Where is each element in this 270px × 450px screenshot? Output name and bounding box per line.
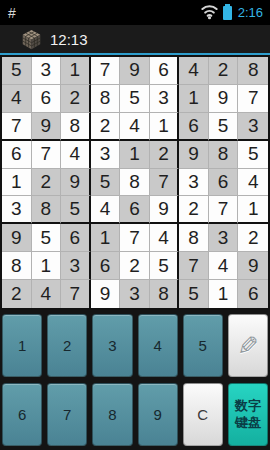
sudoku-cell-r1c2[interactable]: 3 bbox=[32, 57, 62, 85]
sudoku-cell-r5c8[interactable]: 6 bbox=[209, 169, 239, 197]
key-6[interactable]: 6 bbox=[2, 383, 42, 446]
pencil-button[interactable]: ✎ bbox=[228, 314, 268, 377]
sudoku-cell-r9c9[interactable]: 6 bbox=[238, 280, 268, 308]
sudoku-cell-r4c9[interactable]: 5 bbox=[238, 141, 268, 169]
sudoku-cell-r2c3[interactable]: 2 bbox=[61, 85, 91, 113]
key-2[interactable]: 2 bbox=[47, 314, 87, 377]
sudoku-cell-r2c5[interactable]: 5 bbox=[120, 85, 150, 113]
battery-icon bbox=[223, 6, 232, 20]
key-3[interactable]: 3 bbox=[92, 314, 132, 377]
sudoku-cell-r6c7[interactable]: 2 bbox=[179, 196, 209, 224]
pencil-icon: ✎ bbox=[237, 331, 259, 361]
sudoku-cell-r8c7[interactable]: 7 bbox=[179, 252, 209, 280]
sudoku-cell-r1c1[interactable]: 5 bbox=[2, 57, 32, 85]
sudoku-cell-r3c8[interactable]: 5 bbox=[209, 113, 239, 141]
key-1[interactable]: 1 bbox=[2, 314, 42, 377]
sudoku-cell-r8c6[interactable]: 5 bbox=[150, 252, 180, 280]
action-bar: 12:13 bbox=[0, 25, 270, 55]
sudoku-cell-r6c8[interactable]: 7 bbox=[209, 196, 239, 224]
sudoku-cell-r2c6[interactable]: 3 bbox=[150, 85, 180, 113]
sudoku-cell-r3c4[interactable]: 2 bbox=[91, 113, 121, 141]
sudoku-cell-r4c4[interactable]: 3 bbox=[91, 141, 121, 169]
sudoku-cell-r5c7[interactable]: 3 bbox=[179, 169, 209, 197]
sudoku-cell-r3c7[interactable]: 6 bbox=[179, 113, 209, 141]
keyboard-mode-label-line2: 键盘 bbox=[235, 415, 261, 430]
sudoku-cell-r4c7[interactable]: 9 bbox=[179, 141, 209, 169]
sudoku-cell-r5c1[interactable]: 1 bbox=[2, 169, 32, 197]
sudoku-cell-r2c4[interactable]: 8 bbox=[91, 85, 121, 113]
sudoku-cell-r5c2[interactable]: 2 bbox=[32, 169, 62, 197]
sudoku-cell-r7c1[interactable]: 9 bbox=[2, 224, 32, 252]
sudoku-cell-r4c3[interactable]: 4 bbox=[61, 141, 91, 169]
sudoku-cell-r1c6[interactable]: 6 bbox=[150, 57, 180, 85]
sudoku-cell-r3c5[interactable]: 4 bbox=[120, 113, 150, 141]
sudoku-cell-r6c1[interactable]: 3 bbox=[2, 196, 32, 224]
sudoku-cell-r8c4[interactable]: 6 bbox=[91, 252, 121, 280]
sudoku-cell-r6c2[interactable]: 8 bbox=[32, 196, 62, 224]
keyboard-mode-label-line1: 数字 bbox=[235, 398, 261, 413]
sudoku-cell-r6c6[interactable]: 9 bbox=[150, 196, 180, 224]
sudoku-cell-r5c6[interactable]: 7 bbox=[150, 169, 180, 197]
sudoku-cell-r1c8[interactable]: 2 bbox=[209, 57, 239, 85]
sudoku-cell-r5c9[interactable]: 4 bbox=[238, 169, 268, 197]
game-timer: 12:13 bbox=[50, 31, 88, 48]
sudoku-cell-r7c3[interactable]: 6 bbox=[61, 224, 91, 252]
sudoku-cell-r7c8[interactable]: 3 bbox=[209, 224, 239, 252]
sudoku-cell-r9c4[interactable]: 9 bbox=[91, 280, 121, 308]
sudoku-cell-r1c3[interactable]: 1 bbox=[61, 57, 91, 85]
key-7[interactable]: 7 bbox=[47, 383, 87, 446]
sudoku-cell-r8c2[interactable]: 1 bbox=[32, 252, 62, 280]
sudoku-cell-r8c8[interactable]: 4 bbox=[209, 252, 239, 280]
sudoku-cell-r2c7[interactable]: 1 bbox=[179, 85, 209, 113]
key-4[interactable]: 4 bbox=[138, 314, 178, 377]
sudoku-cell-r7c9[interactable]: 2 bbox=[238, 224, 268, 252]
rubiks-cube-icon bbox=[21, 29, 42, 50]
sudoku-cell-r1c5[interactable]: 9 bbox=[120, 57, 150, 85]
sudoku-cell-r2c9[interactable]: 7 bbox=[238, 85, 268, 113]
sudoku-cell-r1c7[interactable]: 4 bbox=[179, 57, 209, 85]
sudoku-cell-r9c5[interactable]: 3 bbox=[120, 280, 150, 308]
sudoku-cell-r4c6[interactable]: 2 bbox=[150, 141, 180, 169]
sudoku-cell-r7c6[interactable]: 4 bbox=[150, 224, 180, 252]
key-8[interactable]: 8 bbox=[92, 383, 132, 446]
sudoku-cell-r6c5[interactable]: 6 bbox=[120, 196, 150, 224]
sudoku-cell-r3c9[interactable]: 3 bbox=[238, 113, 268, 141]
key-9[interactable]: 9 bbox=[138, 383, 178, 446]
sudoku-cell-r4c2[interactable]: 7 bbox=[32, 141, 62, 169]
sudoku-cell-r7c4[interactable]: 1 bbox=[91, 224, 121, 252]
status-bar: # 2:16 bbox=[0, 0, 270, 25]
sudoku-cell-r9c7[interactable]: 5 bbox=[179, 280, 209, 308]
sudoku-cell-r7c5[interactable]: 7 bbox=[120, 224, 150, 252]
sudoku-cell-r9c2[interactable]: 4 bbox=[32, 280, 62, 308]
sudoku-cell-r8c1[interactable]: 8 bbox=[2, 252, 32, 280]
sudoku-cell-r6c3[interactable]: 5 bbox=[61, 196, 91, 224]
notification-hash-icon: # bbox=[8, 5, 16, 21]
keyboard-mode-button[interactable]: 数字 键盘 bbox=[228, 383, 268, 446]
sudoku-cell-r7c7[interactable]: 8 bbox=[179, 224, 209, 252]
sudoku-cell-r3c1[interactable]: 7 bbox=[2, 113, 32, 141]
app-screen: # 2:16 12:13 53 bbox=[0, 0, 270, 450]
sudoku-cell-r9c8[interactable]: 1 bbox=[209, 280, 239, 308]
sudoku-cell-r6c4[interactable]: 4 bbox=[91, 196, 121, 224]
sudoku-cell-r6c9[interactable]: 1 bbox=[238, 196, 268, 224]
sudoku-cell-r4c5[interactable]: 1 bbox=[120, 141, 150, 169]
sudoku-cell-r5c5[interactable]: 8 bbox=[120, 169, 150, 197]
sudoku-cell-r8c5[interactable]: 2 bbox=[120, 252, 150, 280]
status-clock: 2:16 bbox=[238, 5, 263, 20]
sudoku-cell-r2c2[interactable]: 6 bbox=[32, 85, 62, 113]
sudoku-cell-r9c6[interactable]: 8 bbox=[150, 280, 180, 308]
sudoku-cell-r9c1[interactable]: 2 bbox=[2, 280, 32, 308]
sudoku-cell-r5c4[interactable]: 5 bbox=[91, 169, 121, 197]
sudoku-cell-r3c2[interactable]: 9 bbox=[32, 113, 62, 141]
sudoku-cell-r4c8[interactable]: 8 bbox=[209, 141, 239, 169]
sudoku-cell-r5c3[interactable]: 9 bbox=[61, 169, 91, 197]
key-5[interactable]: 5 bbox=[183, 314, 223, 377]
sudoku-cell-r8c3[interactable]: 3 bbox=[61, 252, 91, 280]
wifi-icon bbox=[201, 5, 218, 20]
number-keypad: 12345 ✎ 6789C 数字 键盘 bbox=[0, 310, 270, 450]
sudoku-cell-r1c4[interactable]: 7 bbox=[91, 57, 121, 85]
sudoku-cell-r3c3[interactable]: 8 bbox=[61, 113, 91, 141]
sudoku-cell-r4c1[interactable]: 6 bbox=[2, 141, 32, 169]
sudoku-cell-r1c9[interactable]: 8 bbox=[238, 57, 268, 85]
keypad-row-2: 6789C 数字 键盘 bbox=[2, 383, 268, 446]
sudoku-cell-r2c8[interactable]: 9 bbox=[209, 85, 239, 113]
sudoku-grid: 5317964284628531977982416536743129851295… bbox=[0, 55, 270, 310]
sudoku-cell-r9c3[interactable]: 7 bbox=[61, 280, 91, 308]
clear-button[interactable]: C bbox=[183, 383, 223, 446]
keypad-row-1: 12345 ✎ bbox=[2, 314, 268, 377]
sudoku-cell-r3c6[interactable]: 1 bbox=[150, 113, 180, 141]
sudoku-cell-r7c2[interactable]: 5 bbox=[32, 224, 62, 252]
sudoku-cell-r2c1[interactable]: 4 bbox=[2, 85, 32, 113]
sudoku-cell-r8c9[interactable]: 9 bbox=[238, 252, 268, 280]
